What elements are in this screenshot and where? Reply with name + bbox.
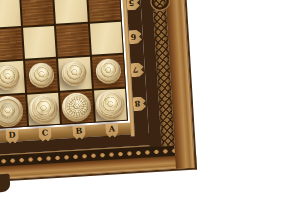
square-b5 [54, 0, 87, 23]
square-d8 [0, 94, 27, 127]
piece-white-pawn-d7 [0, 64, 21, 90]
square-d6 [0, 27, 22, 60]
square-d5 [0, 0, 20, 27]
piece-white-pawn-a7 [95, 58, 121, 84]
piece-white-pawn-b7 [61, 60, 87, 86]
square-b8 [60, 90, 93, 123]
square-a6 [89, 21, 122, 54]
piece-white-bishop-c8 [28, 94, 59, 125]
square-a7 [91, 55, 124, 88]
product-photo-stage: 5 6 7 8 D C B A [0, 0, 300, 200]
square-a8 [94, 88, 127, 121]
square-c6 [23, 25, 56, 58]
square-b7 [58, 57, 91, 90]
piece-white-queen-d8 [0, 95, 24, 128]
square-d7 [0, 61, 25, 94]
square-c8 [27, 92, 60, 125]
board-foot [0, 174, 11, 193]
square-b6 [56, 23, 89, 56]
square-c5 [20, 0, 53, 25]
piece-white-pawn-c7 [28, 62, 54, 88]
piece-white-rook-a8 [95, 90, 126, 121]
square-a5 [87, 0, 120, 21]
piece-white-knight-b8 [61, 92, 92, 123]
square-c7 [25, 59, 58, 92]
playing-area [0, 0, 128, 129]
